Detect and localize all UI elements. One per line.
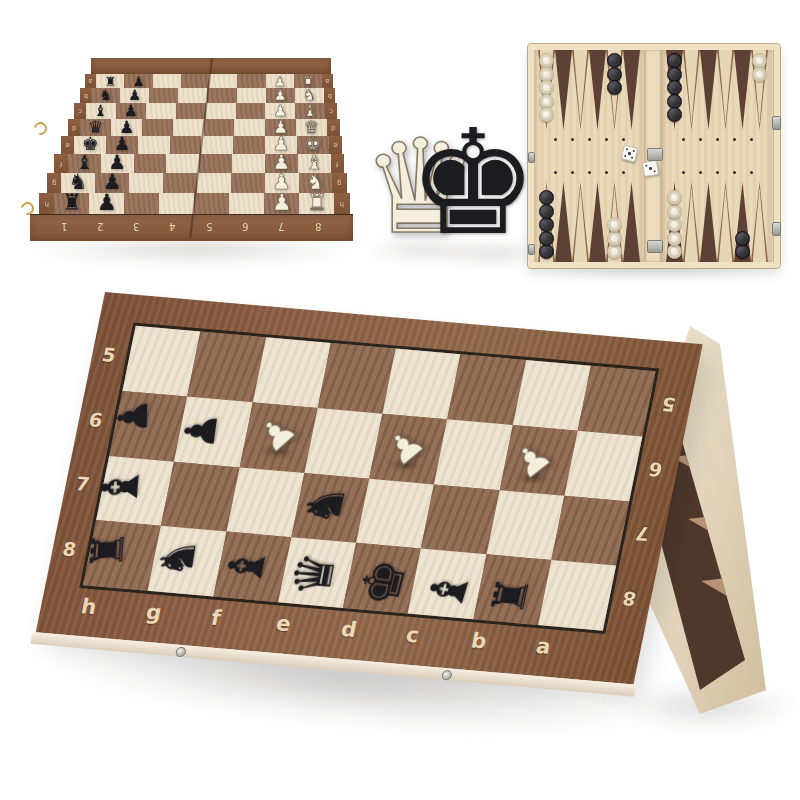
square-e4 [201, 136, 233, 154]
bishop-glyph: ♝ [418, 565, 477, 615]
point-dot-icon [682, 138, 685, 141]
piece-black-rook: ♜ [485, 574, 537, 617]
square-a6 [564, 430, 642, 501]
piece-black-queen: ♛ [284, 550, 345, 600]
hinge-pin-icon [441, 670, 453, 681]
backgammon-right-panel [662, 50, 772, 262]
square-d6 [142, 119, 173, 136]
square-b4 [207, 88, 236, 103]
piece-black-pawn: ♟ [133, 75, 145, 88]
square-h5 [159, 193, 194, 214]
point-dot-icon [716, 171, 719, 174]
rank-label-left: 5 [101, 345, 118, 365]
piece-black-rook: ♜ [104, 75, 116, 88]
rank-label-right: 8 [621, 589, 638, 609]
black-checker [539, 244, 554, 259]
hinge-pin-icon [175, 647, 187, 658]
piece-black-knight: ♞ [296, 481, 354, 529]
rank-label-right: 5 [660, 394, 677, 414]
piece-black-bishop: ♝ [418, 565, 477, 615]
black-checker [667, 53, 682, 68]
rank-label: 4 [169, 221, 175, 232]
knight-glyph: ♞ [151, 537, 203, 579]
black-checker [735, 244, 750, 259]
white-checker [607, 244, 622, 259]
square-a4 [209, 74, 237, 88]
white-checker [539, 107, 554, 122]
rank-label-right: 7 [634, 524, 651, 544]
point-dot-icon [554, 138, 557, 141]
backgammon-point [589, 50, 606, 130]
folded-board-grid: ♟♟♟♟♟♝♞♜♞♝♛♚♝♜ [79, 323, 659, 634]
white-checker [607, 217, 622, 232]
file-label-right: d [327, 119, 340, 136]
square-c4 [206, 103, 236, 119]
square-b5 [178, 88, 207, 103]
rank-label-left: 6 [87, 410, 104, 430]
square-c3 [236, 103, 266, 119]
backgammon-point [717, 182, 734, 262]
backgammon-point [572, 182, 589, 262]
square-a7 [551, 495, 629, 566]
square-a5 [577, 366, 655, 437]
square-f5 [166, 154, 199, 173]
piece-black-bishop: ♝ [93, 464, 147, 510]
king-glyph: ♚ [350, 555, 415, 610]
backgammon-case [528, 44, 780, 268]
file-label-left: b [80, 88, 91, 103]
piece-black-rook: ♜ [83, 530, 130, 571]
backgammon-point [734, 50, 751, 130]
square-a5 [181, 74, 209, 88]
backgammon-point-inner [719, 50, 733, 125]
square-e3 [233, 136, 265, 154]
file-label-right: h [334, 193, 350, 214]
rank-label: 5 [206, 221, 212, 232]
rook-glyph: ♜ [485, 574, 537, 617]
backgammon-point-inner [574, 187, 588, 262]
piece-white-rook: ♜ [307, 191, 327, 213]
bishop-glyph: ♝ [93, 464, 147, 510]
queen-glyph: ♛ [284, 550, 345, 600]
file-label-left: h [39, 193, 55, 214]
point-dot-icon [750, 138, 753, 141]
white-checker [539, 53, 554, 68]
piece-black-knight: ♞ [151, 537, 203, 579]
rank-label: 6 [242, 221, 248, 232]
backgammon-point-inner [574, 50, 588, 125]
file-label-left: e [61, 136, 74, 154]
die-pip [624, 154, 627, 157]
file-label: c [404, 625, 421, 647]
rank-label-left: 7 [74, 475, 91, 495]
piece-white-pawn: ♟ [274, 75, 286, 88]
case-latch-icon [772, 222, 781, 236]
rank-label: 1 [61, 221, 67, 232]
black-checker [539, 217, 554, 232]
point-dot-icon [605, 171, 608, 174]
square-g4 [197, 173, 231, 193]
square-h4 [194, 193, 229, 214]
piece-black-bishop: ♝ [218, 543, 274, 590]
square-f6 [134, 154, 167, 173]
folded-magnetic-board: ♟♟♟♟♟♝♞♜♞♝♛♚♝♜ hgfedcba56785678 [36, 292, 703, 685]
die-pip [630, 156, 633, 159]
backgammon-point [683, 50, 700, 130]
die-pip [645, 164, 648, 167]
black-king-piece: ♚ [408, 110, 538, 255]
file-label-right: f [330, 154, 344, 173]
file-label-right: e [329, 136, 342, 154]
white-checker [667, 244, 682, 259]
backgammon-point [700, 50, 717, 130]
rank-label-right: 6 [647, 459, 664, 479]
piece-black-king: ♚ [350, 555, 415, 610]
point-dot-icon [605, 138, 608, 141]
point-dot-icon [699, 171, 702, 174]
square-f4 [199, 154, 232, 173]
black-checker [607, 80, 622, 95]
white-checker [667, 190, 682, 205]
brass-hook-icon [31, 119, 49, 137]
point-dot-icon [733, 138, 736, 141]
die-pip [632, 150, 635, 153]
square-e6 [138, 136, 170, 154]
square-g6 [129, 173, 163, 193]
square-c5 [176, 103, 206, 119]
backgammon-point-inner [685, 187, 699, 262]
white-checker [667, 204, 682, 219]
black-checker [539, 231, 554, 246]
backgammon-point [623, 182, 640, 262]
square-d5 [173, 119, 204, 136]
black-checker [667, 107, 682, 122]
piece-white-pawn: ♟ [272, 191, 292, 213]
point-dot-icon [588, 171, 591, 174]
backgammon-point [700, 182, 717, 262]
file-label: b [469, 630, 488, 652]
square-d3 [234, 119, 265, 136]
square-h3 [229, 193, 264, 214]
backgammon-point [589, 182, 606, 262]
square-g5 [163, 173, 197, 193]
square-a6 [153, 74, 181, 88]
white-checker [752, 67, 767, 82]
rank-label-left: 8 [61, 540, 78, 560]
point-dot-icon [733, 171, 736, 174]
file-label-right: g [332, 173, 347, 193]
piece-black-pawn: ♟ [178, 412, 225, 450]
point-dot-icon [554, 171, 557, 174]
white-checker [752, 53, 767, 68]
square-b3 [237, 88, 266, 103]
square-f3 [232, 154, 265, 173]
backgammon-point [572, 50, 589, 130]
file-label-right: a [322, 74, 333, 88]
hinge-icon [647, 240, 663, 253]
file-label-left: g [47, 173, 62, 193]
knight-glyph: ♞ [296, 481, 354, 529]
die-pip [626, 148, 629, 151]
square-e5 [170, 136, 202, 154]
top-chess-board: aabbccddeeffgghh12345678♜♟♟♜♞♟♟♞♝♟♟♝♛♟♟♛… [22, 30, 374, 262]
square-c6 [146, 103, 176, 119]
file-label-left: a [85, 74, 96, 88]
case-latch-icon [528, 244, 535, 255]
backgammon-point-inner [685, 50, 699, 125]
file-label: f [209, 608, 222, 630]
white-checker [667, 231, 682, 246]
black-checker [539, 190, 554, 205]
square-g3 [231, 173, 265, 193]
die-pip [649, 167, 652, 170]
square-a3 [237, 74, 265, 88]
file-label-left: c [74, 103, 86, 119]
point-dot-icon [588, 138, 591, 141]
rank-label: 2 [97, 221, 103, 232]
rank-label: 7 [278, 221, 284, 232]
file-label-left: d [68, 119, 81, 136]
white-checker [607, 231, 622, 246]
black-checker [735, 231, 750, 246]
file-label: e [274, 613, 292, 635]
point-dot-icon [571, 138, 574, 141]
file-label-right: c [325, 103, 337, 119]
bishop-glyph: ♝ [218, 543, 274, 590]
point-dot-icon [571, 171, 574, 174]
hinge-icon [647, 148, 663, 161]
backgammon-point [555, 50, 572, 130]
black-checker [539, 204, 554, 219]
rank-label: 3 [133, 221, 139, 232]
point-dot-icon [699, 138, 702, 141]
black-checker [607, 53, 622, 68]
file-label-right: b [324, 88, 335, 103]
rook-glyph: ♜ [83, 530, 130, 571]
backgammon-point [623, 50, 640, 130]
piece-black-pawn: ♟ [111, 397, 153, 436]
rank-label: 8 [315, 221, 321, 232]
square-d4 [204, 119, 235, 136]
point-dot-icon [622, 138, 625, 141]
pawn-glyph: ♟ [178, 412, 225, 450]
backgammon-point [717, 50, 734, 130]
case-latch-icon [772, 116, 781, 130]
square-b6 [149, 88, 178, 103]
backgammon-point [683, 182, 700, 262]
file-label-left: f [54, 154, 68, 173]
backgammon-point [751, 182, 768, 262]
white-checker [667, 217, 682, 232]
file-label: a [534, 636, 552, 658]
file-label: g [144, 602, 163, 624]
product-photo: aabbccddeeffgghh12345678♜♟♟♜♞♟♟♞♝♟♟♝♛♟♟♛… [0, 0, 800, 800]
point-dot-icon [682, 171, 685, 174]
backgammon-point-inner [753, 187, 767, 262]
die-icon [642, 160, 659, 177]
pawn-glyph: ♟ [111, 397, 153, 436]
backgammon-point [555, 182, 572, 262]
point-dot-icon [716, 138, 719, 141]
square-h6 [124, 193, 159, 214]
point-dot-icon [750, 171, 753, 174]
backgammon-point-inner [719, 187, 733, 262]
die-pip [628, 152, 631, 155]
piece-white-rook: ♜ [302, 75, 314, 88]
square-a8 [538, 560, 616, 631]
file-label: d [339, 619, 358, 641]
black-checker [667, 80, 682, 95]
case-latch-icon [528, 152, 535, 163]
file-label: h [79, 596, 98, 618]
die-pip [653, 170, 656, 173]
white-checker [539, 80, 554, 95]
point-dot-icon [622, 171, 625, 174]
piece-black-rook: ♜ [62, 191, 82, 213]
piece-black-pawn: ♟ [97, 191, 117, 213]
